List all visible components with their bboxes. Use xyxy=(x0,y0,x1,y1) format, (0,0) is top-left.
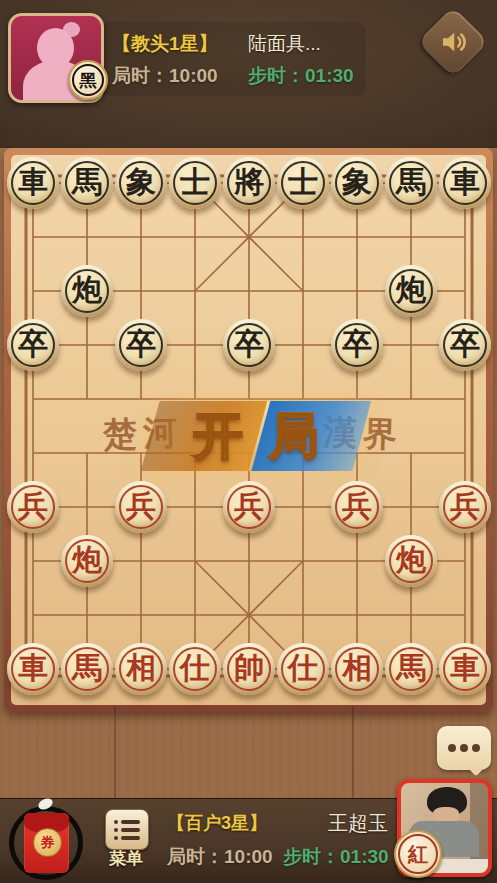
board-point-r0c3[interactable]: 士 xyxy=(168,156,222,210)
piece-glyph: 仕 xyxy=(288,653,318,683)
board-point-r7c0[interactable] xyxy=(6,534,60,588)
board-point-r5c8[interactable] xyxy=(438,426,492,480)
black-soldier[interactable]: 卒 xyxy=(439,319,491,371)
board-point-r8c5[interactable] xyxy=(276,588,330,642)
board-point-r6c4[interactable]: 兵 xyxy=(222,480,276,534)
board-point-r8c8[interactable] xyxy=(438,588,492,642)
board-point-r0c2[interactable]: 象 xyxy=(114,156,168,210)
piece-glyph: 馬 xyxy=(396,653,426,683)
opponent-step-timer: 步时：01:30 xyxy=(248,63,354,89)
board-point-r0c7[interactable]: 馬 xyxy=(384,156,438,210)
red-chariot[interactable]: 車 xyxy=(439,643,491,695)
game-time-value: 10:00 xyxy=(224,846,273,867)
menu-button-label[interactable]: 菜单 xyxy=(99,847,153,870)
piece-glyph: 炮 xyxy=(396,275,426,305)
board-point-r9c7[interactable]: 馬 xyxy=(384,642,438,696)
black-badge-label: 黑 xyxy=(80,69,97,92)
board-point-r0c6[interactable]: 象 xyxy=(330,156,384,210)
board-point-r0c0[interactable]: 車 xyxy=(6,156,60,210)
board-point-r1c4[interactable] xyxy=(222,210,276,264)
chat-ellipsis-icon xyxy=(460,744,468,752)
red-elephant[interactable]: 相 xyxy=(115,643,167,695)
piece-glyph: 炮 xyxy=(72,275,102,305)
sound-button[interactable] xyxy=(418,7,489,78)
chat-button[interactable] xyxy=(437,726,491,770)
red-badge-label: 紅 xyxy=(408,841,428,868)
wood-seam xyxy=(114,706,116,800)
piece-glyph: 炮 xyxy=(396,545,426,575)
black-horse[interactable]: 馬 xyxy=(385,157,437,209)
red-cannon[interactable]: 炮 xyxy=(61,535,113,587)
piece-glyph: 馬 xyxy=(396,167,426,197)
board-point-r1c5[interactable] xyxy=(276,210,330,264)
red-soldier[interactable]: 兵 xyxy=(7,481,59,533)
board-point-r7c8[interactable] xyxy=(438,534,492,588)
red-general[interactable]: 帥 xyxy=(223,643,275,695)
piece-glyph: 馬 xyxy=(72,653,102,683)
board-point-r6c5[interactable] xyxy=(276,480,330,534)
opponent-title: 【教头1星】 xyxy=(112,31,218,57)
board-point-r6c0[interactable]: 兵 xyxy=(6,480,60,534)
board-point-r2c1[interactable]: 炮 xyxy=(60,264,114,318)
opponent-side-badge-black: 黑 xyxy=(68,60,108,100)
board-point-r7c7[interactable]: 炮 xyxy=(384,534,438,588)
board-point-r7c6[interactable] xyxy=(330,534,384,588)
list-icon xyxy=(114,836,140,840)
board-point-r1c2[interactable] xyxy=(114,210,168,264)
board-point-r5c7[interactable] xyxy=(384,426,438,480)
board-point-r7c2[interactable] xyxy=(114,534,168,588)
black-soldier[interactable]: 卒 xyxy=(223,319,275,371)
piece-glyph: 相 xyxy=(126,653,156,683)
player-title: 【百户3星】 xyxy=(167,811,267,835)
board-point-r6c8[interactable]: 兵 xyxy=(438,480,492,534)
board-point-r9c4[interactable]: 帥 xyxy=(222,642,276,696)
step-time-label: 步时： xyxy=(248,65,305,86)
board-point-r7c1[interactable]: 炮 xyxy=(60,534,114,588)
board-point-r3c4[interactable]: 卒 xyxy=(222,318,276,372)
board-field: 楚河 漢界 車馬象士將士象馬車炮炮卒卒卒卒卒兵兵兵兵兵炮炮車馬相仕帥仕相馬車 开… xyxy=(11,155,486,705)
board-point-r9c0[interactable]: 車 xyxy=(6,642,60,696)
piece-glyph: 兵 xyxy=(342,491,372,521)
black-advisor[interactable]: 士 xyxy=(169,157,221,209)
black-cannon[interactable]: 炮 xyxy=(61,265,113,317)
board-point-r2c7[interactable]: 炮 xyxy=(384,264,438,318)
board-point-r0c8[interactable]: 車 xyxy=(438,156,492,210)
piece-glyph: 卒 xyxy=(450,329,480,359)
phase-banner-text: 开局 xyxy=(150,401,362,471)
chat-ellipsis-icon xyxy=(448,744,456,752)
opponent-name: 陆面具... xyxy=(248,31,321,57)
board-point-r3c5[interactable] xyxy=(276,318,330,372)
board-point-r3c0[interactable]: 卒 xyxy=(6,318,60,372)
chat-ellipsis-icon xyxy=(472,744,480,752)
red-advisor[interactable]: 仕 xyxy=(277,643,329,695)
piece-glyph: 車 xyxy=(450,167,480,197)
board-point-r9c1[interactable]: 馬 xyxy=(60,642,114,696)
piece-glyph: 兵 xyxy=(450,491,480,521)
board-point-r8c2[interactable] xyxy=(114,588,168,642)
player-name: 王超玉 xyxy=(260,810,388,837)
board-point-r8c4[interactable] xyxy=(222,588,276,642)
board-point-r1c1[interactable] xyxy=(60,210,114,264)
board-point-r2c6[interactable] xyxy=(330,264,384,318)
menu-button[interactable] xyxy=(105,809,149,850)
board-point-r2c8[interactable] xyxy=(438,264,492,318)
board-point-r4c1[interactable] xyxy=(60,372,114,426)
board-point-r0c4[interactable]: 將 xyxy=(222,156,276,210)
game-time-label: 局时： xyxy=(112,65,169,86)
board-point-r6c2[interactable]: 兵 xyxy=(114,480,168,534)
red-advisor[interactable]: 仕 xyxy=(169,643,221,695)
black-soldier[interactable]: 卒 xyxy=(331,319,383,371)
black-chariot[interactable]: 車 xyxy=(7,157,59,209)
red-soldier[interactable]: 兵 xyxy=(331,481,383,533)
board-point-r8c6[interactable] xyxy=(330,588,384,642)
board-point-r4c8[interactable] xyxy=(438,372,492,426)
red-chariot[interactable]: 車 xyxy=(7,643,59,695)
piece-glyph: 兵 xyxy=(234,491,264,521)
board-point-r6c7[interactable] xyxy=(384,480,438,534)
phase-banner: 开局 xyxy=(150,401,362,471)
red-soldier[interactable]: 兵 xyxy=(439,481,491,533)
list-icon xyxy=(114,820,140,824)
board-point-r2c2[interactable] xyxy=(114,264,168,318)
piece-glyph: 馬 xyxy=(72,167,102,197)
board-point-r8c0[interactable] xyxy=(6,588,60,642)
black-horse[interactable]: 馬 xyxy=(61,157,113,209)
board-point-r3c2[interactable]: 卒 xyxy=(114,318,168,372)
piece-glyph: 士 xyxy=(180,167,210,197)
piece-glyph: 仕 xyxy=(180,653,210,683)
game-time-value: 10:00 xyxy=(169,65,218,86)
step-time-label: 步时： xyxy=(283,846,340,867)
game-time-label: 局时： xyxy=(167,846,224,867)
board-point-r0c5[interactable]: 士 xyxy=(276,156,330,210)
piece-glyph: 象 xyxy=(126,167,156,197)
board-point-r7c3[interactable] xyxy=(168,534,222,588)
voucher-label: 券 xyxy=(41,834,55,852)
black-cannon[interactable]: 炮 xyxy=(385,265,437,317)
board-point-r3c1[interactable] xyxy=(60,318,114,372)
piece-glyph: 相 xyxy=(342,653,372,683)
red-soldier[interactable]: 兵 xyxy=(115,481,167,533)
piece-glyph: 車 xyxy=(18,167,48,197)
piece-glyph: 炮 xyxy=(72,545,102,575)
red-horse[interactable]: 馬 xyxy=(61,643,113,695)
board-point-r3c3[interactable] xyxy=(168,318,222,372)
board-point-r0c1[interactable]: 馬 xyxy=(60,156,114,210)
xiangqi-game-screen: 黑 【教头1星】 陆面具... 局时：10:00 步时：01:30 xyxy=(0,0,497,883)
board-point-r2c4[interactable] xyxy=(222,264,276,318)
board-point-r5c1[interactable] xyxy=(60,426,114,480)
piece-glyph: 兵 xyxy=(126,491,156,521)
board-point-r7c4[interactable] xyxy=(222,534,276,588)
black-elephant[interactable]: 象 xyxy=(115,157,167,209)
step-time-value: 01:30 xyxy=(340,846,389,867)
red-elephant[interactable]: 相 xyxy=(331,643,383,695)
board-point-r9c3[interactable]: 仕 xyxy=(168,642,222,696)
board-point-r2c0[interactable] xyxy=(6,264,60,318)
xiangqi-board: 楚河 漢界 車馬象士將士象馬車炮炮卒卒卒卒卒兵兵兵兵兵炮炮車馬相仕帥仕相馬車 开… xyxy=(4,148,493,712)
step-time-value: 01:30 xyxy=(305,65,354,86)
board-point-r8c7[interactable] xyxy=(384,588,438,642)
voucher-coin: 券 xyxy=(33,828,62,857)
piece-glyph: 帥 xyxy=(234,653,264,683)
board-point-r5c0[interactable] xyxy=(6,426,60,480)
black-soldier[interactable]: 卒 xyxy=(115,319,167,371)
piece-glyph: 兵 xyxy=(18,491,48,521)
board-point-r2c3[interactable] xyxy=(168,264,222,318)
board-point-r8c3[interactable] xyxy=(168,588,222,642)
board-point-r9c2[interactable]: 相 xyxy=(114,642,168,696)
red-horse[interactable]: 馬 xyxy=(385,643,437,695)
board-point-r4c7[interactable] xyxy=(384,372,438,426)
board-point-r3c8[interactable]: 卒 xyxy=(438,318,492,372)
list-icon xyxy=(114,828,140,832)
board-point-r2c5[interactable] xyxy=(276,264,330,318)
piece-glyph: 卒 xyxy=(234,329,264,359)
board-point-r3c6[interactable]: 卒 xyxy=(330,318,384,372)
piece-glyph: 士 xyxy=(288,167,318,197)
board-point-r1c7[interactable] xyxy=(384,210,438,264)
piece-glyph: 象 xyxy=(342,167,372,197)
black-soldier[interactable]: 卒 xyxy=(7,319,59,371)
board-point-r6c1[interactable] xyxy=(60,480,114,534)
piece-glyph: 卒 xyxy=(126,329,156,359)
board-point-r4c0[interactable] xyxy=(6,372,60,426)
board-point-r1c3[interactable] xyxy=(168,210,222,264)
piece-glyph: 將 xyxy=(234,167,264,197)
red-soldier[interactable]: 兵 xyxy=(223,481,275,533)
board-point-r9c5[interactable]: 仕 xyxy=(276,642,330,696)
board-point-r7c5[interactable] xyxy=(276,534,330,588)
piece-glyph: 卒 xyxy=(18,329,48,359)
red-cannon[interactable]: 炮 xyxy=(385,535,437,587)
black-elephant[interactable]: 象 xyxy=(331,157,383,209)
player-game-timer: 局时：10:00 xyxy=(167,844,273,870)
piece-glyph: 卒 xyxy=(342,329,372,359)
piece-glyph: 車 xyxy=(18,653,48,683)
player-step-timer: 步时：01:30 xyxy=(283,844,389,870)
speaker-icon xyxy=(438,27,468,57)
piece-glyph: 車 xyxy=(450,653,480,683)
opponent-game-timer: 局时：10:00 xyxy=(112,63,218,89)
board-point-r6c3[interactable] xyxy=(168,480,222,534)
red-envelope-icon[interactable]: 券 xyxy=(24,813,69,873)
board-point-r1c8[interactable] xyxy=(438,210,492,264)
player-side-badge-red: 紅 xyxy=(394,830,442,878)
board-point-r8c1[interactable] xyxy=(60,588,114,642)
board-point-r3c7[interactable] xyxy=(384,318,438,372)
wood-seam xyxy=(352,706,354,800)
black-advisor[interactable]: 士 xyxy=(277,157,329,209)
board-point-r1c0[interactable] xyxy=(6,210,60,264)
board-point-r9c8[interactable]: 車 xyxy=(438,642,492,696)
board-point-r1c6[interactable] xyxy=(330,210,384,264)
board-point-r6c6[interactable]: 兵 xyxy=(330,480,384,534)
black-chariot[interactable]: 車 xyxy=(439,157,491,209)
board-point-r9c6[interactable]: 相 xyxy=(330,642,384,696)
top-player-bar: 黑 【教头1星】 陆面具... 局时：10:00 步时：01:30 xyxy=(0,0,497,148)
black-general[interactable]: 將 xyxy=(223,157,275,209)
